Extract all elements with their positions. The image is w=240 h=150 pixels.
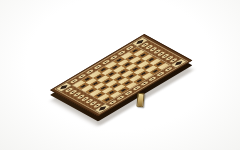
brass-clasp-icon [136,93,144,108]
product-photo-stage [0,0,240,150]
